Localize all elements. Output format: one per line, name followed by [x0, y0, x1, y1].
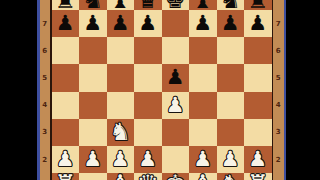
- rank-label-left-4: 4: [40, 102, 51, 109]
- piece-white-pawn-b2[interactable]: ♟: [83, 149, 102, 170]
- square-a3[interactable]: [52, 119, 80, 146]
- square-g5[interactable]: [217, 64, 245, 91]
- square-d8[interactable]: ♛: [134, 0, 162, 10]
- square-g6[interactable]: [217, 37, 245, 64]
- piece-white-pawn-d2[interactable]: ♟: [138, 149, 157, 170]
- square-f3[interactable]: [189, 119, 217, 146]
- square-d1[interactable]: ♛: [134, 173, 162, 180]
- square-g3[interactable]: [217, 119, 245, 146]
- square-b6[interactable]: [79, 37, 107, 64]
- rank-label-right-3: 3: [273, 129, 284, 136]
- square-e4[interactable]: ♟: [162, 92, 190, 119]
- square-a6[interactable]: [52, 37, 80, 64]
- square-d5[interactable]: [134, 64, 162, 91]
- square-h1[interactable]: ♜: [244, 173, 272, 180]
- square-c4[interactable]: [107, 92, 135, 119]
- square-b8[interactable]: ♞: [79, 0, 107, 10]
- piece-white-pawn-a2[interactable]: ♟: [56, 149, 75, 170]
- square-d6[interactable]: [134, 37, 162, 64]
- piece-white-pawn-h2[interactable]: ♟: [248, 149, 267, 170]
- square-f6[interactable]: [189, 37, 217, 64]
- piece-black-pawn-b7[interactable]: ♟: [83, 13, 102, 34]
- rank-label-left-2: 2: [40, 156, 51, 163]
- piece-black-pawn-a7[interactable]: ♟: [56, 13, 75, 34]
- video-frame: ♜♞♝♛♚♝♞♜♟♟♟♟♟♟♟♟♟♞♟♟♟♟♟♟♟♜♝♛♚♝♞♜ 7766554…: [0, 0, 320, 180]
- piece-white-rook-a1[interactable]: ♜: [54, 172, 76, 180]
- piece-white-pawn-g2[interactable]: ♟: [221, 149, 240, 170]
- square-f4[interactable]: [189, 92, 217, 119]
- square-c8[interactable]: ♝: [107, 0, 135, 10]
- square-b2[interactable]: ♟: [79, 146, 107, 173]
- rank-label-right-5: 5: [273, 75, 284, 82]
- piece-black-pawn-d7[interactable]: ♟: [138, 13, 157, 34]
- square-e3[interactable]: [162, 119, 190, 146]
- square-h5[interactable]: [244, 64, 272, 91]
- square-d3[interactable]: [134, 119, 162, 146]
- piece-white-bishop-f1[interactable]: ♝: [192, 172, 214, 180]
- rank-label-left-6: 6: [40, 47, 51, 54]
- piece-white-queen-d1[interactable]: ♛: [137, 172, 159, 180]
- piece-black-pawn-f7[interactable]: ♟: [193, 13, 212, 34]
- piece-white-knight-g1[interactable]: ♞: [219, 172, 241, 180]
- square-f5[interactable]: [189, 64, 217, 91]
- square-b3[interactable]: [79, 119, 107, 146]
- piece-black-pawn-h7[interactable]: ♟: [248, 13, 267, 34]
- square-e5[interactable]: ♟: [162, 64, 190, 91]
- square-c5[interactable]: [107, 64, 135, 91]
- rank-label-right-7: 7: [273, 20, 284, 27]
- piece-white-pawn-e4[interactable]: ♟: [166, 95, 185, 116]
- piece-black-pawn-c7[interactable]: ♟: [111, 13, 130, 34]
- frame-border-right: [284, 0, 287, 180]
- piece-black-queen-d8[interactable]: ♛: [137, 0, 159, 12]
- square-b1[interactable]: [79, 173, 107, 180]
- piece-black-bishop-f8[interactable]: ♝: [192, 0, 214, 12]
- rank-label-left-3: 3: [40, 129, 51, 136]
- square-b5[interactable]: [79, 64, 107, 91]
- square-g1[interactable]: ♞: [217, 173, 245, 180]
- square-a1[interactable]: ♜: [52, 173, 80, 180]
- piece-white-knight-c3[interactable]: ♞: [109, 120, 131, 144]
- piece-white-rook-h1[interactable]: ♜: [247, 172, 269, 180]
- square-e1[interactable]: ♚: [162, 173, 190, 180]
- piece-black-rook-h8[interactable]: ♜: [247, 0, 269, 12]
- board-grid: ♜♞♝♛♚♝♞♜♟♟♟♟♟♟♟♟♟♞♟♟♟♟♟♟♟♜♝♛♚♝♞♜: [52, 0, 272, 180]
- rank-label-right-2: 2: [273, 156, 284, 163]
- board-clip: ♜♞♝♛♚♝♞♜♟♟♟♟♟♟♟♟♟♞♟♟♟♟♟♟♟♜♝♛♚♝♞♜: [52, 0, 272, 180]
- piece-black-knight-g8[interactable]: ♞: [219, 0, 241, 12]
- piece-white-bishop-c1[interactable]: ♝: [109, 172, 131, 180]
- square-h6[interactable]: [244, 37, 272, 64]
- square-h3[interactable]: [244, 119, 272, 146]
- rank-label-right-6: 6: [273, 47, 284, 54]
- piece-black-pawn-g7[interactable]: ♟: [221, 13, 240, 34]
- square-a8[interactable]: ♜: [52, 0, 80, 10]
- square-e6[interactable]: [162, 37, 190, 64]
- square-c3[interactable]: ♞: [107, 119, 135, 146]
- square-a4[interactable]: [52, 92, 80, 119]
- square-g8[interactable]: ♞: [217, 0, 245, 10]
- piece-black-bishop-c8[interactable]: ♝: [109, 0, 131, 12]
- piece-black-king-e8[interactable]: ♚: [164, 0, 186, 12]
- square-d4[interactable]: [134, 92, 162, 119]
- square-e8[interactable]: ♚: [162, 0, 190, 10]
- square-c6[interactable]: [107, 37, 135, 64]
- square-h4[interactable]: [244, 92, 272, 119]
- rank-label-right-4: 4: [273, 102, 284, 109]
- square-h8[interactable]: ♜: [244, 0, 272, 10]
- piece-black-rook-a8[interactable]: ♜: [54, 0, 76, 12]
- piece-white-pawn-f2[interactable]: ♟: [193, 149, 212, 170]
- square-b4[interactable]: [79, 92, 107, 119]
- piece-black-knight-b8[interactable]: ♞: [82, 0, 104, 12]
- piece-white-king-e1[interactable]: ♚: [164, 172, 186, 180]
- rank-label-left-5: 5: [40, 75, 51, 82]
- rank-label-left-7: 7: [40, 20, 51, 27]
- square-f8[interactable]: ♝: [189, 0, 217, 10]
- piece-white-pawn-c2[interactable]: ♟: [111, 149, 130, 170]
- square-f1[interactable]: ♝: [189, 173, 217, 180]
- piece-black-pawn-e5[interactable]: ♟: [166, 67, 185, 88]
- chess-board: ♜♞♝♛♚♝♞♜♟♟♟♟♟♟♟♟♟♞♟♟♟♟♟♟♟♜♝♛♚♝♞♜ 7766554…: [37, 0, 286, 180]
- square-c1[interactable]: ♝: [107, 173, 135, 180]
- square-a5[interactable]: [52, 64, 80, 91]
- square-g4[interactable]: [217, 92, 245, 119]
